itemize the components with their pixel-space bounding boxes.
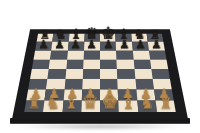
square-f5[interactable] xyxy=(117,59,134,68)
piece-white-rook-h1[interactable]: ♜ xyxy=(160,97,173,112)
square-h1[interactable]: ♜ xyxy=(155,100,175,112)
piece-white-rook-a1[interactable]: ♜ xyxy=(27,97,40,112)
piece-white-queen-d1[interactable]: ♛ xyxy=(82,93,99,112)
square-g5[interactable] xyxy=(133,59,151,68)
piece-white-knight-g1[interactable]: ♞ xyxy=(140,96,154,112)
chess-board: ♜♞♝♛♚♝♞♜♟♟♟♟♟♟♟♟♟♟♟♟♟♟♟♟♜♞♝♛♚♝♞♜ xyxy=(12,29,188,119)
square-a5[interactable] xyxy=(32,59,50,68)
piece-white-bishop-c1[interactable]: ♝ xyxy=(64,95,79,112)
square-e1[interactable]: ♚ xyxy=(100,100,119,112)
square-d1[interactable]: ♛ xyxy=(81,100,100,112)
square-c1[interactable]: ♝ xyxy=(62,100,81,112)
square-b4[interactable] xyxy=(48,69,66,79)
piece-white-knight-b1[interactable]: ♞ xyxy=(46,96,60,112)
square-g6[interactable] xyxy=(132,50,149,59)
square-c4[interactable] xyxy=(65,69,83,79)
piece-black-pawn-h7[interactable]: ♟ xyxy=(151,38,162,50)
square-e5[interactable] xyxy=(100,59,117,68)
board-shadow xyxy=(12,123,188,130)
square-a4[interactable] xyxy=(30,69,49,79)
piece-black-pawn-c7[interactable]: ♟ xyxy=(70,38,81,50)
square-d5[interactable] xyxy=(83,59,100,68)
square-h4[interactable] xyxy=(151,69,170,79)
square-d4[interactable] xyxy=(83,69,100,79)
square-h6[interactable] xyxy=(149,50,167,59)
square-g4[interactable] xyxy=(134,69,152,79)
square-c6[interactable] xyxy=(67,50,84,59)
piece-white-king-e1[interactable]: ♚ xyxy=(101,92,119,112)
board-grid: ♜♞♝♛♚♝♞♜♟♟♟♟♟♟♟♟♟♟♟♟♟♟♟♟♜♞♝♛♚♝♞♜ xyxy=(24,34,176,112)
square-e6[interactable] xyxy=(100,50,117,59)
square-d7[interactable]: ♟ xyxy=(84,42,100,51)
piece-black-pawn-a7[interactable]: ♟ xyxy=(38,38,49,50)
square-a1[interactable]: ♜ xyxy=(24,100,44,112)
square-a6[interactable] xyxy=(34,50,52,59)
square-h7[interactable]: ♟ xyxy=(148,42,165,51)
piece-black-pawn-f7[interactable]: ♟ xyxy=(119,38,130,50)
square-g7[interactable]: ♟ xyxy=(132,42,149,51)
square-e7[interactable]: ♟ xyxy=(100,42,116,51)
square-d6[interactable] xyxy=(83,50,100,59)
square-c7[interactable]: ♟ xyxy=(68,42,85,51)
square-b6[interactable] xyxy=(50,50,67,59)
square-c5[interactable] xyxy=(66,59,83,68)
square-a7[interactable]: ♟ xyxy=(35,42,52,51)
piece-black-pawn-g7[interactable]: ♟ xyxy=(135,38,146,50)
product-photo-scene: ♜♞♝♛♚♝♞♜♟♟♟♟♟♟♟♟♟♟♟♟♟♟♟♟♜♞♝♛♚♝♞♜ xyxy=(0,0,200,133)
piece-black-pawn-b7[interactable]: ♟ xyxy=(54,38,65,50)
square-e4[interactable] xyxy=(100,69,117,79)
square-b1[interactable]: ♞ xyxy=(43,100,63,112)
square-f4[interactable] xyxy=(117,69,135,79)
piece-black-pawn-d7[interactable]: ♟ xyxy=(87,38,98,50)
piece-white-bishop-f1[interactable]: ♝ xyxy=(121,95,136,112)
piece-black-pawn-e7[interactable]: ♟ xyxy=(103,38,114,50)
square-h5[interactable] xyxy=(150,59,168,68)
square-b7[interactable]: ♟ xyxy=(51,42,68,51)
square-b5[interactable] xyxy=(49,59,67,68)
square-g1[interactable]: ♞ xyxy=(137,100,157,112)
board-perspective-wrapper: ♜♞♝♛♚♝♞♜♟♟♟♟♟♟♟♟♟♟♟♟♟♟♟♟♜♞♝♛♚♝♞♜ xyxy=(12,29,188,119)
square-f7[interactable]: ♟ xyxy=(116,42,133,51)
square-f1[interactable]: ♝ xyxy=(118,100,137,112)
square-f6[interactable] xyxy=(116,50,133,59)
